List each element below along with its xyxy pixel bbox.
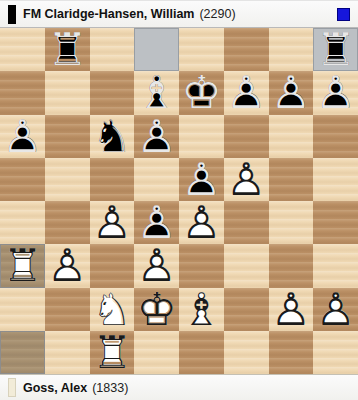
white-pawn[interactable]: ♟♙ bbox=[224, 158, 269, 201]
square-d1[interactable] bbox=[134, 331, 179, 374]
square-d6[interactable]: ♟♙ bbox=[134, 115, 179, 158]
square-b4[interactable] bbox=[45, 201, 90, 244]
square-a1[interactable] bbox=[0, 331, 45, 374]
black-pawn[interactable]: ♟♙ bbox=[134, 115, 179, 158]
square-h1[interactable] bbox=[313, 331, 358, 374]
white-bishop[interactable]: ♝♗ bbox=[179, 288, 224, 331]
square-e8[interactable] bbox=[179, 28, 224, 71]
square-b2[interactable] bbox=[45, 288, 90, 331]
square-c5[interactable] bbox=[90, 158, 135, 201]
black-player-name: FM Claridge-Hansen, William bbox=[23, 7, 194, 21]
square-f5[interactable]: ♟♙ bbox=[224, 158, 269, 201]
square-h8[interactable]: ♜♖ bbox=[313, 28, 358, 71]
black-knight[interactable]: ♞♘ bbox=[90, 115, 135, 158]
square-c6[interactable]: ♞♘ bbox=[90, 115, 135, 158]
square-e7[interactable]: ♚♔ bbox=[179, 71, 224, 114]
black-pawn[interactable]: ♟♙ bbox=[313, 71, 358, 114]
square-g7[interactable]: ♟♙ bbox=[269, 71, 314, 114]
square-h5[interactable] bbox=[313, 158, 358, 201]
white-player-rating: (1833) bbox=[92, 381, 128, 395]
black-player-bar: FM Claridge-Hansen, William (2290) bbox=[0, 0, 358, 28]
square-b3[interactable]: ♟♙ bbox=[45, 244, 90, 287]
white-pawn[interactable]: ♟♙ bbox=[90, 201, 135, 244]
square-d5[interactable] bbox=[134, 158, 179, 201]
square-c4[interactable]: ♟♙ bbox=[90, 201, 135, 244]
square-g6[interactable] bbox=[269, 115, 314, 158]
square-f8[interactable] bbox=[224, 28, 269, 71]
square-h4[interactable] bbox=[313, 201, 358, 244]
square-e1[interactable] bbox=[179, 331, 224, 374]
black-pawn[interactable]: ♟♙ bbox=[0, 115, 45, 158]
square-f2[interactable] bbox=[224, 288, 269, 331]
square-a8[interactable] bbox=[0, 28, 45, 71]
square-a4[interactable] bbox=[0, 201, 45, 244]
white-pawn[interactable]: ♟♙ bbox=[45, 244, 90, 287]
square-a6[interactable]: ♟♙ bbox=[0, 115, 45, 158]
white-pawn[interactable]: ♟♙ bbox=[269, 288, 314, 331]
black-rook[interactable]: ♜♖ bbox=[45, 28, 90, 71]
square-g4[interactable] bbox=[269, 201, 314, 244]
black-pawn[interactable]: ♟♙ bbox=[134, 201, 179, 244]
square-f3[interactable] bbox=[224, 244, 269, 287]
white-pawn[interactable]: ♟♙ bbox=[313, 288, 358, 331]
white-player-name: Goss, Alex bbox=[23, 381, 87, 395]
square-h2[interactable]: ♟♙ bbox=[313, 288, 358, 331]
white-side-icon bbox=[8, 378, 16, 397]
square-e6[interactable] bbox=[179, 115, 224, 158]
square-b5[interactable] bbox=[45, 158, 90, 201]
chess-app-window: FM Claridge-Hansen, William (2290) ♜♖♜♖♝… bbox=[0, 0, 358, 400]
square-c1[interactable]: ♜♖ bbox=[90, 331, 135, 374]
square-h6[interactable] bbox=[313, 115, 358, 158]
square-g1[interactable] bbox=[269, 331, 314, 374]
square-h3[interactable] bbox=[313, 244, 358, 287]
square-h7[interactable]: ♟♙ bbox=[313, 71, 358, 114]
square-a7[interactable] bbox=[0, 71, 45, 114]
white-rook[interactable]: ♜♖ bbox=[90, 331, 135, 374]
square-d4[interactable]: ♟♙ bbox=[134, 201, 179, 244]
black-king[interactable]: ♚♔ bbox=[179, 71, 224, 114]
square-c7[interactable] bbox=[90, 71, 135, 114]
square-d2[interactable]: ♚♔ bbox=[134, 288, 179, 331]
square-d8[interactable] bbox=[134, 28, 179, 71]
square-g3[interactable] bbox=[269, 244, 314, 287]
square-b8[interactable]: ♜♖ bbox=[45, 28, 90, 71]
square-e3[interactable] bbox=[179, 244, 224, 287]
square-a5[interactable] bbox=[0, 158, 45, 201]
square-e2[interactable]: ♝♗ bbox=[179, 288, 224, 331]
black-pawn[interactable]: ♟♙ bbox=[179, 158, 224, 201]
connection-status-icon bbox=[337, 8, 350, 21]
white-pawn[interactable]: ♟♙ bbox=[134, 244, 179, 287]
square-g2[interactable]: ♟♙ bbox=[269, 288, 314, 331]
square-a2[interactable] bbox=[0, 288, 45, 331]
square-e4[interactable]: ♟♙ bbox=[179, 201, 224, 244]
white-pawn[interactable]: ♟♙ bbox=[179, 201, 224, 244]
square-f4[interactable] bbox=[224, 201, 269, 244]
white-rook[interactable]: ♜♖ bbox=[0, 244, 45, 287]
white-knight[interactable]: ♞♘ bbox=[90, 288, 135, 331]
square-c3[interactable] bbox=[90, 244, 135, 287]
black-bishop[interactable]: ♝♗ bbox=[134, 71, 179, 114]
white-player-bar: Goss, Alex (1833) bbox=[0, 374, 358, 400]
square-c8[interactable] bbox=[90, 28, 135, 71]
square-b6[interactable] bbox=[45, 115, 90, 158]
black-rook[interactable]: ♜♖ bbox=[313, 28, 358, 71]
square-d3[interactable]: ♟♙ bbox=[134, 244, 179, 287]
square-f7[interactable]: ♟♙ bbox=[224, 71, 269, 114]
white-king[interactable]: ♚♔ bbox=[134, 288, 179, 331]
black-pawn[interactable]: ♟♙ bbox=[224, 71, 269, 114]
square-e5[interactable]: ♟♙ bbox=[179, 158, 224, 201]
black-side-icon bbox=[8, 5, 16, 24]
square-g8[interactable] bbox=[269, 28, 314, 71]
square-g5[interactable] bbox=[269, 158, 314, 201]
square-f1[interactable] bbox=[224, 331, 269, 374]
square-c2[interactable]: ♞♘ bbox=[90, 288, 135, 331]
square-a3[interactable]: ♜♖ bbox=[0, 244, 45, 287]
square-f6[interactable] bbox=[224, 115, 269, 158]
black-pawn[interactable]: ♟♙ bbox=[269, 71, 314, 114]
square-b1[interactable] bbox=[45, 331, 90, 374]
black-player-rating: (2290) bbox=[199, 7, 235, 21]
square-d7[interactable]: ♝♗ bbox=[134, 71, 179, 114]
chess-board: ♜♖♜♖♝♗♚♔♟♙♟♙♟♙♟♙♞♘♟♙♟♙♟♙♟♙♟♙♟♙♜♖♟♙♟♙♞♘♚♔… bbox=[0, 28, 358, 374]
square-b7[interactable] bbox=[45, 71, 90, 114]
